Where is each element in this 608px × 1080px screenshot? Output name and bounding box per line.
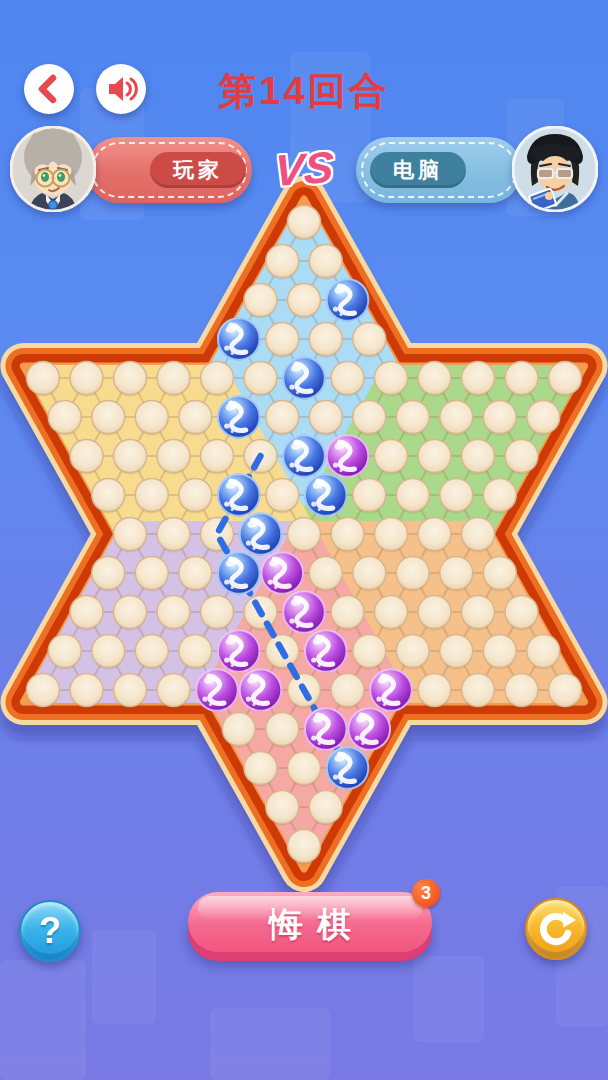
- marble-blue[interactable]: [217, 474, 260, 517]
- hole[interactable]: [396, 557, 429, 590]
- marble-purple[interactable]: [261, 552, 304, 595]
- hole[interactable]: [462, 440, 495, 473]
- hole[interactable]: [92, 479, 125, 512]
- hole[interactable]: [114, 362, 147, 395]
- marble-blue[interactable]: [217, 318, 260, 361]
- marble-blue[interactable]: [217, 552, 260, 595]
- hole[interactable]: [331, 518, 364, 551]
- hole[interactable]: [309, 401, 342, 434]
- help-button[interactable]: ?: [19, 900, 81, 962]
- hole[interactable]: [114, 674, 147, 707]
- hole[interactable]: [70, 362, 103, 395]
- hole[interactable]: [48, 401, 81, 434]
- hole[interactable]: [505, 674, 538, 707]
- hole[interactable]: [244, 362, 277, 395]
- hole[interactable]: [440, 479, 473, 512]
- player-pill: 玩家: [86, 137, 252, 203]
- hole[interactable]: [462, 674, 495, 707]
- hole[interactable]: [27, 362, 60, 395]
- round-title: 第14回合: [0, 66, 608, 117]
- hole[interactable]: [505, 596, 538, 629]
- hole[interactable]: [48, 635, 81, 668]
- hole[interactable]: [157, 596, 190, 629]
- hole[interactable]: [375, 362, 408, 395]
- hole[interactable]: [418, 518, 451, 551]
- hole[interactable]: [418, 440, 451, 473]
- computer-avatar-image: [512, 126, 598, 212]
- hole[interactable]: [331, 362, 364, 395]
- hole[interactable]: [353, 557, 386, 590]
- hole[interactable]: [462, 362, 495, 395]
- marble-purple[interactable]: [326, 435, 369, 478]
- hole[interactable]: [331, 674, 364, 707]
- hole[interactable]: [266, 791, 299, 824]
- hole[interactable]: [483, 479, 516, 512]
- hole[interactable]: [483, 557, 516, 590]
- hole[interactable]: [179, 479, 212, 512]
- computer-pill: 电脑: [356, 137, 522, 203]
- hole[interactable]: [135, 401, 168, 434]
- hole[interactable]: [201, 596, 234, 629]
- hole[interactable]: [309, 557, 342, 590]
- hole[interactable]: [266, 713, 299, 746]
- hole[interactable]: [527, 635, 560, 668]
- marble-purple[interactable]: [283, 591, 326, 634]
- marble-blue[interactable]: [304, 474, 347, 517]
- hole[interactable]: [483, 401, 516, 434]
- marble-blue[interactable]: [283, 435, 326, 478]
- hole[interactable]: [70, 440, 103, 473]
- hole[interactable]: [396, 635, 429, 668]
- hole[interactable]: [201, 518, 234, 551]
- hole[interactable]: [157, 674, 190, 707]
- hole[interactable]: [549, 674, 582, 707]
- hole[interactable]: [309, 791, 342, 824]
- hole[interactable]: [527, 401, 560, 434]
- help-label: ?: [39, 910, 61, 952]
- marble-purple[interactable]: [239, 669, 282, 712]
- hole[interactable]: [244, 284, 277, 317]
- player-avatar-image: [10, 126, 96, 212]
- hole[interactable]: [375, 518, 408, 551]
- marble-purple[interactable]: [348, 708, 391, 751]
- restart-button[interactable]: [525, 898, 587, 960]
- undo-button[interactable]: 悔棋 3: [188, 892, 432, 952]
- hole[interactable]: [418, 674, 451, 707]
- marble-purple[interactable]: [196, 669, 239, 712]
- hole[interactable]: [92, 635, 125, 668]
- hole[interactable]: [309, 323, 342, 356]
- hole[interactable]: [135, 557, 168, 590]
- hole[interactable]: [92, 557, 125, 590]
- hole[interactable]: [244, 752, 277, 785]
- hole[interactable]: [179, 401, 212, 434]
- hole[interactable]: [179, 557, 212, 590]
- hole[interactable]: [114, 596, 147, 629]
- hole[interactable]: [549, 362, 582, 395]
- hole[interactable]: [114, 440, 147, 473]
- hole[interactable]: [375, 596, 408, 629]
- hole[interactable]: [418, 362, 451, 395]
- hole[interactable]: [266, 479, 299, 512]
- hole[interactable]: [331, 596, 364, 629]
- player-name-tag: 玩家: [150, 152, 246, 188]
- hole[interactable]: [418, 596, 451, 629]
- hole[interactable]: [266, 401, 299, 434]
- hole[interactable]: [266, 245, 299, 278]
- hole[interactable]: [114, 518, 147, 551]
- hole[interactable]: [201, 362, 234, 395]
- marble-blue[interactable]: [217, 396, 260, 439]
- hole[interactable]: [157, 440, 190, 473]
- hole[interactable]: [288, 518, 321, 551]
- hole[interactable]: [288, 206, 321, 239]
- hole[interactable]: [288, 752, 321, 785]
- hole[interactable]: [157, 518, 190, 551]
- computer-name-tag: 电脑: [370, 152, 466, 188]
- hole[interactable]: [27, 674, 60, 707]
- app-screen: 第14回合 玩家 电脑 VS: [0, 0, 608, 1080]
- hole[interactable]: [135, 635, 168, 668]
- hole[interactable]: [440, 557, 473, 590]
- hole[interactable]: [288, 830, 321, 863]
- marble-blue[interactable]: [239, 513, 282, 556]
- restart-icon: [535, 908, 577, 950]
- computer-avatar: [512, 126, 598, 212]
- hole[interactable]: [179, 635, 212, 668]
- hole[interactable]: [288, 284, 321, 317]
- hole[interactable]: [70, 596, 103, 629]
- undo-label: 悔棋: [188, 902, 432, 948]
- marble-purple[interactable]: [304, 630, 347, 673]
- marble-blue[interactable]: [283, 357, 326, 400]
- hole[interactable]: [135, 479, 168, 512]
- player-avatar: [10, 126, 96, 212]
- hole[interactable]: [353, 401, 386, 434]
- hole[interactable]: [505, 440, 538, 473]
- hole[interactable]: [201, 440, 234, 473]
- hole[interactable]: [483, 635, 516, 668]
- hole[interactable]: [462, 518, 495, 551]
- hole[interactable]: [353, 635, 386, 668]
- marble-purple[interactable]: [370, 669, 413, 712]
- hole[interactable]: [157, 362, 190, 395]
- hole[interactable]: [440, 401, 473, 434]
- hole[interactable]: [353, 479, 386, 512]
- vs-label: VS: [253, 141, 355, 198]
- marble-blue[interactable]: [326, 747, 369, 790]
- hole[interactable]: [396, 401, 429, 434]
- hole[interactable]: [505, 362, 538, 395]
- undo-count-badge: 3: [412, 879, 440, 907]
- hole[interactable]: [353, 323, 386, 356]
- marble-purple[interactable]: [304, 708, 347, 751]
- marble-blue[interactable]: [326, 279, 369, 322]
- hole[interactable]: [266, 323, 299, 356]
- hole[interactable]: [92, 401, 125, 434]
- hole[interactable]: [222, 713, 255, 746]
- marble-purple[interactable]: [217, 630, 260, 673]
- hole[interactable]: [309, 245, 342, 278]
- hole[interactable]: [462, 596, 495, 629]
- hole[interactable]: [396, 479, 429, 512]
- hole[interactable]: [70, 674, 103, 707]
- hole[interactable]: [440, 635, 473, 668]
- hole[interactable]: [375, 440, 408, 473]
